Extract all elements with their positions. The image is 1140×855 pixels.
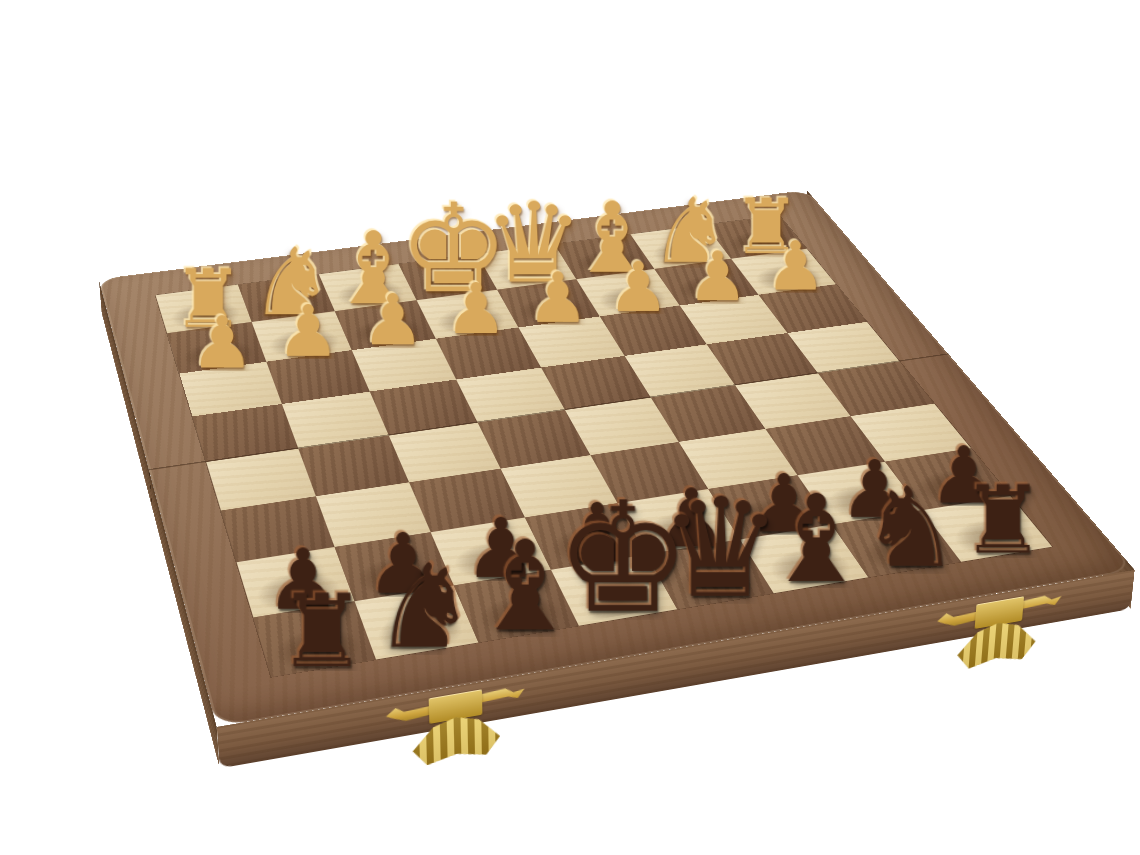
latch-fan-icon: [412, 710, 500, 768]
square-h8[interactable]: ♜: [253, 601, 376, 677]
square-h4[interactable]: [192, 404, 298, 462]
product-photo-scene: ♜♞♝♚♛♝♞♜♟♟♟♟♟♟♟♟♟♟♟♟♟♟♟♟♜♞♝♚♛♝♞♜: [0, 0, 1140, 855]
black-rook[interactable]: ♜: [240, 580, 405, 681]
latch-fan-icon: [956, 616, 1037, 671]
chess-board: ♜♞♝♚♛♝♞♜♟♟♟♟♟♟♟♟♟♟♟♟♟♟♟♟♜♞♝♚♛♝♞♜: [99, 190, 1135, 727]
